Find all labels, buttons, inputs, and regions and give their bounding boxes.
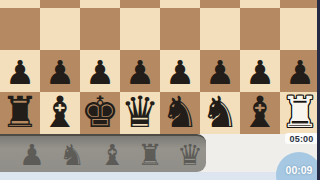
player-clock-time: 00:09 [286,164,313,176]
ghost-pawn-icon: ♟ [12,141,52,170]
board-square[interactable] [200,8,240,50]
black-pawn-icon[interactable]: ♟ [240,56,280,89]
black-pawn-icon[interactable]: ♟ [40,56,80,89]
black-knight-icon[interactable]: ♞ [200,91,240,134]
board-square[interactable]: ♚ [80,92,120,134]
board-square[interactable]: ♟ [0,50,40,92]
board-square[interactable]: ♜ [280,92,320,134]
chess-app-screen: ♟♟♟♟♟♟♟♟♜♝♚♛♞♞♝♜ ♟♞♝♜♛ 05:00 00:09 [0,0,320,180]
black-pawn-icon[interactable]: ♟ [0,56,40,89]
board-square[interactable] [80,8,120,50]
board-square[interactable] [0,0,40,8]
ghost-queen-icon: ♛ [170,141,210,170]
board-square[interactable] [160,8,200,50]
black-pawn-icon[interactable]: ♟ [200,56,240,89]
board-square[interactable]: ♟ [240,50,280,92]
black-rook-icon[interactable]: ♜ [0,91,40,134]
ghost-knight-icon: ♞ [52,141,92,170]
board-square[interactable]: ♟ [120,50,160,92]
black-pawn-icon[interactable]: ♟ [160,56,200,89]
black-pawn-icon[interactable]: ♟ [280,56,320,89]
board-square[interactable] [280,8,320,50]
opponent-clock-time: 05:00 [289,134,313,144]
board-square[interactable]: ♛ [120,92,160,134]
board-square[interactable] [240,8,280,50]
ghost-rook-icon: ♜ [130,141,170,170]
opponent-clock: 05:00 [285,133,318,144]
board-square[interactable] [240,0,280,8]
board-square[interactable]: ♞ [160,92,200,134]
black-bishop-icon[interactable]: ♝ [40,91,80,134]
white-rook-icon[interactable]: ♜ [280,91,320,134]
board-square[interactable]: ♟ [160,50,200,92]
board-square[interactable] [280,0,320,8]
black-bishop-icon[interactable]: ♝ [240,91,280,134]
board-square[interactable]: ♝ [240,92,280,134]
black-queen-icon[interactable]: ♛ [120,91,160,134]
board-square[interactable] [80,0,120,8]
board-square[interactable] [160,0,200,8]
black-king-icon[interactable]: ♚ [80,91,120,134]
black-knight-icon[interactable]: ♞ [160,91,200,134]
captured-pieces-tray: ♟♞♝♜♛ [0,134,206,172]
board-square[interactable]: ♟ [80,50,120,92]
board-square[interactable] [200,0,240,8]
board-square[interactable]: ♜ [0,92,40,134]
board-square[interactable] [0,8,40,50]
board-square[interactable] [40,8,80,50]
chess-board[interactable]: ♟♟♟♟♟♟♟♟♜♝♚♛♞♞♝♜ [0,0,320,134]
board-square[interactable]: ♝ [40,92,80,134]
ghost-bishop-icon: ♝ [92,141,132,170]
board-square[interactable] [120,8,160,50]
black-pawn-icon[interactable]: ♟ [80,56,120,89]
board-square[interactable] [120,0,160,8]
board-square[interactable]: ♟ [280,50,320,92]
board-square[interactable]: ♟ [200,50,240,92]
board-square[interactable]: ♞ [200,92,240,134]
bottom-background-strip [0,172,320,180]
black-pawn-icon[interactable]: ♟ [120,56,160,89]
board-square[interactable] [40,0,80,8]
board-square[interactable]: ♟ [40,50,80,92]
